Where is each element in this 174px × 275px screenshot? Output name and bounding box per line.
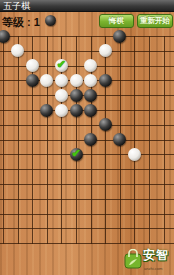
last-move-check-icon: ✔ bbox=[71, 147, 82, 160]
stone-white bbox=[26, 59, 39, 72]
stone-black bbox=[99, 74, 112, 87]
black-turn-stone-icon bbox=[45, 15, 56, 26]
stone-white: ✔ bbox=[55, 59, 68, 72]
stone-white bbox=[55, 89, 68, 102]
undo-button[interactable]: 悔棋 bbox=[99, 14, 134, 28]
title-bar: 五子棋 bbox=[0, 0, 174, 12]
stone-black bbox=[70, 104, 83, 117]
shopping-bag-icon bbox=[124, 249, 142, 269]
level-label: 等级 : 1 bbox=[2, 15, 40, 30]
stone-white bbox=[55, 74, 68, 87]
last-move-check-icon: ✔ bbox=[56, 58, 67, 71]
stone-black bbox=[99, 118, 112, 131]
stone-white bbox=[128, 148, 141, 161]
stone-white bbox=[55, 104, 68, 117]
anzhi-logo-text: 安智 bbox=[143, 247, 169, 264]
restart-button[interactable]: 重新开始 bbox=[137, 14, 173, 28]
app-title: 五子棋 bbox=[3, 1, 30, 11]
toolbar: 等级 : 1 悔棋 重新开始 bbox=[0, 12, 174, 32]
stone-black: ✔ bbox=[70, 148, 83, 161]
gomoku-app: 五子棋 ✔✔ 等级 : 1 悔棋 重新开始 安智 anzhi.com bbox=[0, 0, 174, 275]
stone-white bbox=[70, 74, 83, 87]
stone-white bbox=[99, 44, 112, 57]
stone-white bbox=[84, 74, 97, 87]
anzhi-watermark: 安智 anzhi.com bbox=[124, 245, 172, 271]
stone-black bbox=[84, 104, 97, 117]
stone-black bbox=[84, 89, 97, 102]
stone-black bbox=[40, 104, 53, 117]
anzhi-url-text: anzhi.com bbox=[144, 267, 162, 272]
stone-black bbox=[70, 89, 83, 102]
stone-black bbox=[26, 74, 39, 87]
